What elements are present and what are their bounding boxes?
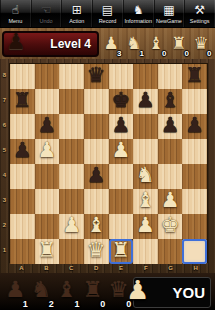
information-button[interactable]: ♞Information bbox=[123, 0, 154, 27]
square-d8[interactable]: ♛ bbox=[84, 64, 109, 89]
captured-white-knight: ♞1 bbox=[123, 30, 144, 58]
square-f6[interactable] bbox=[133, 114, 158, 139]
captured-count: 0 bbox=[100, 299, 105, 309]
white-queen-d1: ♛ bbox=[84, 237, 109, 263]
hand-pointer-icon: ☝ bbox=[12, 4, 19, 17]
captured-black-bishop: ♝1 bbox=[54, 275, 79, 309]
captured-black-rook: ♜0 bbox=[80, 275, 105, 309]
square-h8[interactable]: ♜ bbox=[182, 64, 207, 89]
white-bishop-d2: ♝ bbox=[84, 212, 109, 238]
captured-count: 0 bbox=[185, 49, 189, 58]
captured-count: 0 bbox=[207, 49, 211, 58]
square-e5[interactable]: ♟ bbox=[109, 139, 134, 164]
captured-count: 3 bbox=[117, 49, 121, 58]
captured-white-queen: ♛0 bbox=[191, 30, 212, 58]
square-b3[interactable] bbox=[35, 189, 60, 214]
black-bishop-g7: ♝ bbox=[158, 87, 183, 113]
menu-button[interactable]: ☝Menu bbox=[0, 0, 31, 27]
chess-board-frame: 87654321 ♛♜♜♚♟♝♟♟♟♟♟♟♟♟♞♝♟♟♝♟♚♜♛♜ ABCDEF… bbox=[0, 59, 215, 273]
black-rook-a7: ♜ bbox=[10, 87, 35, 113]
file-label-c: C bbox=[59, 263, 84, 273]
square-f4[interactable]: ♞ bbox=[133, 164, 158, 189]
square-f1[interactable] bbox=[133, 239, 158, 264]
action-grid-icon: ⊞ bbox=[72, 4, 82, 17]
square-h7[interactable] bbox=[182, 89, 207, 114]
square-b4[interactable] bbox=[35, 164, 60, 189]
white-pawn-f2: ♟ bbox=[133, 212, 158, 238]
rank-label-3: 3 bbox=[0, 188, 9, 213]
toolbar-button-label: NewGame bbox=[156, 18, 182, 24]
white-knight-f4: ♞ bbox=[133, 162, 158, 188]
rank-labels: 87654321 bbox=[0, 63, 9, 263]
file-label-d: D bbox=[84, 263, 109, 273]
white-pawn-b5: ♟ bbox=[35, 137, 60, 163]
captured-count: 1 bbox=[23, 299, 28, 309]
square-c8[interactable] bbox=[59, 64, 84, 89]
square-g7[interactable]: ♝ bbox=[158, 89, 183, 114]
square-g5[interactable] bbox=[158, 139, 183, 164]
captured-black-knight: ♞2 bbox=[29, 275, 54, 309]
black-rook-h8: ♜ bbox=[182, 62, 207, 88]
square-e4[interactable] bbox=[109, 164, 134, 189]
file-label-a: A bbox=[9, 263, 34, 273]
square-e2[interactable] bbox=[109, 214, 134, 239]
level-label: Level 4 bbox=[26, 37, 97, 51]
undo-button[interactable]: ☜Undo bbox=[31, 0, 62, 27]
newgame-button[interactable]: ▦NewGame bbox=[154, 0, 185, 27]
rank-label-2: 2 bbox=[0, 213, 9, 238]
square-h4[interactable] bbox=[182, 164, 207, 189]
file-label-g: G bbox=[158, 263, 183, 273]
square-b8[interactable] bbox=[35, 64, 60, 89]
square-a2[interactable] bbox=[10, 214, 35, 239]
square-d1[interactable]: ♛ bbox=[84, 239, 109, 264]
square-b2[interactable] bbox=[35, 214, 60, 239]
square-b6[interactable]: ♟ bbox=[35, 114, 60, 139]
file-label-e: E bbox=[109, 263, 134, 273]
file-label-b: B bbox=[34, 263, 59, 273]
rank-label-4: 4 bbox=[0, 163, 9, 188]
square-b1[interactable]: ♜ bbox=[35, 239, 60, 264]
square-d4[interactable]: ♟ bbox=[84, 164, 109, 189]
square-f8[interactable] bbox=[133, 64, 158, 89]
you-label: YOU bbox=[149, 284, 210, 301]
toolbar-button-label: Settings bbox=[190, 18, 210, 24]
square-d2[interactable]: ♝ bbox=[84, 214, 109, 239]
square-f3[interactable]: ♝ bbox=[133, 189, 158, 214]
square-h6[interactable]: ♟ bbox=[182, 114, 207, 139]
captured-count: 0 bbox=[162, 49, 166, 58]
square-g6[interactable]: ♟ bbox=[158, 114, 183, 139]
white-king-g2: ♚ bbox=[158, 212, 183, 238]
white-pawn-e5: ♟ bbox=[109, 137, 134, 163]
square-g3[interactable]: ♟ bbox=[158, 189, 183, 214]
white-rook-e1: ♜ bbox=[109, 237, 134, 263]
black-pawn-icon: ♟ bbox=[6, 31, 26, 53]
square-g4[interactable] bbox=[158, 164, 183, 189]
square-c7[interactable] bbox=[59, 89, 84, 114]
opponent-bar: ♟ Level 4 ♟3♞1♝0♜0♛0 bbox=[0, 28, 215, 59]
square-h2[interactable] bbox=[182, 214, 207, 239]
chess-board: ♛♜♜♚♟♝♟♟♟♟♟♟♟♟♞♝♟♟♝♟♚♜♛♜ bbox=[9, 63, 208, 263]
square-c3[interactable] bbox=[59, 189, 84, 214]
square-a8[interactable] bbox=[10, 64, 35, 89]
white-rook-b1: ♜ bbox=[35, 237, 60, 263]
rank-label-1: 1 bbox=[0, 238, 9, 263]
player-bar: ♟1♞2♝1♜0♛0 ♟ YOU bbox=[0, 273, 215, 310]
white-bishop-f3: ♝ bbox=[133, 187, 158, 213]
rank-label-8: 8 bbox=[0, 63, 9, 88]
file-labels: ABCDEFGH bbox=[9, 263, 208, 273]
captured-black-tray: ♟1♞2♝1♜0♛0 bbox=[0, 275, 132, 309]
square-e1[interactable]: ♜ bbox=[109, 239, 134, 264]
level-panel: ♟ Level 4 bbox=[2, 31, 99, 57]
hand-undo-icon: ☜ bbox=[41, 4, 52, 17]
captured-white-pawn: ♟3 bbox=[101, 30, 122, 58]
black-pawn-d4: ♟ bbox=[84, 162, 109, 188]
black-pawn-g6: ♟ bbox=[158, 112, 183, 138]
square-g8[interactable] bbox=[158, 64, 183, 89]
captured-black-queen: ♛0 bbox=[106, 275, 131, 309]
square-f7[interactable]: ♟ bbox=[133, 89, 158, 114]
square-c4[interactable] bbox=[59, 164, 84, 189]
square-h3[interactable] bbox=[182, 189, 207, 214]
square-f2[interactable]: ♟ bbox=[133, 214, 158, 239]
square-c2[interactable]: ♟ bbox=[59, 214, 84, 239]
square-a3[interactable] bbox=[10, 189, 35, 214]
square-d3[interactable] bbox=[84, 189, 109, 214]
captured-count: 1 bbox=[140, 49, 144, 58]
square-h5[interactable] bbox=[182, 139, 207, 164]
rank-label-6: 6 bbox=[0, 113, 9, 138]
square-c6[interactable] bbox=[59, 114, 84, 139]
settings-button[interactable]: ⚒Settings bbox=[184, 0, 215, 27]
black-pawn-e6: ♟ bbox=[109, 112, 134, 138]
square-e8[interactable] bbox=[109, 64, 134, 89]
square-b5[interactable]: ♟ bbox=[35, 139, 60, 164]
captured-count: 0 bbox=[126, 299, 131, 309]
black-pawn-h6: ♟ bbox=[182, 112, 207, 138]
square-g2[interactable]: ♚ bbox=[158, 214, 183, 239]
toolbar-button-label: Record bbox=[99, 18, 117, 24]
square-b7[interactable] bbox=[35, 89, 60, 114]
record-doc-icon: ▤ bbox=[102, 4, 113, 17]
action-button[interactable]: ⊞Action bbox=[61, 0, 92, 27]
square-c5[interactable] bbox=[59, 139, 84, 164]
square-e7[interactable]: ♚ bbox=[109, 89, 134, 114]
captured-count: 1 bbox=[74, 299, 79, 309]
square-a1[interactable] bbox=[10, 239, 35, 264]
black-king-e7: ♚ bbox=[109, 87, 134, 113]
white-pawn-c2: ♟ bbox=[59, 212, 84, 238]
toolbar-button-label: Information bbox=[124, 18, 152, 24]
knight-icon: ♞ bbox=[133, 4, 144, 17]
newgame-board-icon: ▦ bbox=[163, 4, 174, 17]
square-d7[interactable] bbox=[84, 89, 109, 114]
captured-white-tray: ♟3♞1♝0♜0♛0 bbox=[99, 30, 215, 58]
white-pawn-g3: ♟ bbox=[158, 187, 183, 213]
black-queen-d8: ♛ bbox=[84, 62, 109, 88]
square-f5[interactable] bbox=[133, 139, 158, 164]
square-a6[interactable] bbox=[10, 114, 35, 139]
square-e6[interactable]: ♟ bbox=[109, 114, 134, 139]
captured-white-rook: ♜0 bbox=[168, 30, 189, 58]
square-g1[interactable] bbox=[158, 239, 183, 264]
file-label-h: H bbox=[183, 263, 208, 273]
square-d6[interactable] bbox=[84, 114, 109, 139]
square-e3[interactable] bbox=[109, 189, 134, 214]
black-pawn-b6: ♟ bbox=[35, 112, 60, 138]
rank-label-7: 7 bbox=[0, 88, 9, 113]
black-pawn-a5: ♟ bbox=[10, 137, 35, 163]
captured-black-pawn: ♟1 bbox=[3, 275, 28, 309]
file-label-f: F bbox=[133, 263, 158, 273]
toolbar-button-label: Action bbox=[69, 18, 84, 24]
record-button[interactable]: ▤Record bbox=[92, 0, 123, 27]
captured-count: 2 bbox=[49, 299, 54, 309]
square-a5[interactable]: ♟ bbox=[10, 139, 35, 164]
toolbar: ☝Menu☜Undo⊞Action▤Record♞Information▦New… bbox=[0, 0, 215, 28]
square-a7[interactable]: ♜ bbox=[10, 89, 35, 114]
black-pawn-f7: ♟ bbox=[133, 87, 158, 113]
rank-label-5: 5 bbox=[0, 138, 9, 163]
settings-tools-icon: ⚒ bbox=[194, 4, 205, 17]
square-c1[interactable] bbox=[59, 239, 84, 264]
you-panel: ♟ YOU bbox=[133, 277, 211, 308]
square-d5[interactable] bbox=[84, 139, 109, 164]
captured-white-bishop: ♝0 bbox=[146, 30, 167, 58]
toolbar-button-label: Undo bbox=[40, 18, 53, 24]
square-a4[interactable] bbox=[10, 164, 35, 189]
toolbar-button-label: Menu bbox=[8, 18, 22, 24]
square-h1[interactable] bbox=[182, 239, 207, 264]
